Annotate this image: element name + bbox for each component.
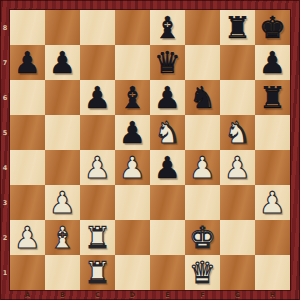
square-c7[interactable] [80,45,115,80]
square-h5[interactable] [255,115,290,150]
square-h3[interactable]: ♟ [255,185,290,220]
piece-white-pawn[interactable]: ♟ [189,150,216,185]
square-a3[interactable] [10,185,45,220]
piece-black-rook[interactable]: ♜ [259,80,286,115]
square-d3[interactable] [115,185,150,220]
square-a6[interactable] [10,80,45,115]
square-c6[interactable]: ♟ [80,80,115,115]
square-f6[interactable]: ♞ [185,80,220,115]
square-c3[interactable] [80,185,115,220]
square-e8[interactable]: ♝ [150,10,185,45]
square-g6[interactable] [220,80,255,115]
piece-white-queen[interactable]: ♛ [189,255,216,290]
file-label-h: H [255,290,290,300]
piece-black-pawn[interactable]: ♟ [14,45,41,80]
square-g1[interactable] [220,255,255,290]
square-f1[interactable]: ♛ [185,255,220,290]
rank-label-5: 5 [0,115,10,150]
piece-white-pawn[interactable]: ♟ [224,150,251,185]
piece-black-queen[interactable]: ♛ [154,45,181,80]
square-d6[interactable]: ♝ [115,80,150,115]
square-g8[interactable]: ♜ [220,10,255,45]
square-f4[interactable]: ♟ [185,150,220,185]
piece-black-pawn[interactable]: ♟ [119,115,146,150]
piece-white-rook[interactable]: ♜ [84,220,111,255]
rank-label-3: 3 [0,185,10,220]
square-b4[interactable] [45,150,80,185]
rank-label-8: 8 [0,10,10,45]
chess-board: ♝♜♚♟♟♛♟♟♝♟♞♜♟♞♞♟♟♟♟♟♟♟♟♝♜♚♜♛ [10,10,290,290]
square-d4[interactable]: ♟ [115,150,150,185]
square-b5[interactable] [45,115,80,150]
square-a7[interactable]: ♟ [10,45,45,80]
square-c5[interactable] [80,115,115,150]
square-a2[interactable]: ♟ [10,220,45,255]
square-g7[interactable] [220,45,255,80]
piece-white-rook[interactable]: ♜ [84,255,111,290]
file-label-a: A [10,290,45,300]
square-g4[interactable]: ♟ [220,150,255,185]
square-h1[interactable] [255,255,290,290]
square-a4[interactable] [10,150,45,185]
file-label-e: E [150,290,185,300]
square-h4[interactable] [255,150,290,185]
square-e7[interactable]: ♛ [150,45,185,80]
square-e1[interactable] [150,255,185,290]
square-h7[interactable]: ♟ [255,45,290,80]
square-c1[interactable]: ♜ [80,255,115,290]
square-d5[interactable]: ♟ [115,115,150,150]
square-f3[interactable] [185,185,220,220]
square-c2[interactable]: ♜ [80,220,115,255]
rank-label-4: 4 [0,150,10,185]
square-g5[interactable]: ♞ [220,115,255,150]
rank-label-7: 7 [0,45,10,80]
square-e4[interactable]: ♟ [150,150,185,185]
piece-black-pawn[interactable]: ♟ [154,80,181,115]
piece-black-bishop[interactable]: ♝ [154,10,181,45]
square-c4[interactable]: ♟ [80,150,115,185]
rank-label-2: 2 [0,220,10,255]
piece-white-pawn[interactable]: ♟ [119,150,146,185]
square-b1[interactable] [45,255,80,290]
piece-black-pawn[interactable]: ♟ [154,150,181,185]
square-d8[interactable] [115,10,150,45]
square-b3[interactable]: ♟ [45,185,80,220]
square-e3[interactable] [150,185,185,220]
piece-white-king[interactable]: ♚ [189,220,216,255]
square-c8[interactable] [80,10,115,45]
file-label-g: G [220,290,255,300]
square-b6[interactable] [45,80,80,115]
piece-white-pawn[interactable]: ♟ [84,150,111,185]
square-a5[interactable] [10,115,45,150]
rank-label-1: 1 [0,255,10,290]
square-a1[interactable] [10,255,45,290]
chess-board-frame: ♝♜♚♟♟♛♟♟♝♟♞♜♟♞♞♟♟♟♟♟♟♟♟♝♜♚♜♛ 87654321 AB… [0,0,300,300]
piece-black-bishop[interactable]: ♝ [119,80,146,115]
file-coordinates: ABCDEFGH [10,290,290,300]
square-g3[interactable] [220,185,255,220]
square-e2[interactable] [150,220,185,255]
piece-black-pawn[interactable]: ♟ [49,45,76,80]
square-d7[interactable] [115,45,150,80]
square-b8[interactable] [45,10,80,45]
file-label-c: C [80,290,115,300]
piece-black-knight[interactable]: ♞ [189,80,216,115]
file-label-d: D [115,290,150,300]
square-a8[interactable] [10,10,45,45]
square-b2[interactable]: ♝ [45,220,80,255]
square-h6[interactable]: ♜ [255,80,290,115]
square-d1[interactable] [115,255,150,290]
square-g2[interactable] [220,220,255,255]
piece-white-pawn[interactable]: ♟ [14,220,41,255]
square-e5[interactable]: ♞ [150,115,185,150]
square-f2[interactable]: ♚ [185,220,220,255]
square-f7[interactable] [185,45,220,80]
piece-white-pawn[interactable]: ♟ [259,185,286,220]
piece-black-king[interactable]: ♚ [259,10,286,45]
rank-coordinates: 87654321 [0,10,10,290]
square-f8[interactable] [185,10,220,45]
rank-label-6: 6 [0,80,10,115]
file-label-b: B [45,290,80,300]
piece-white-knight[interactable]: ♞ [154,115,181,150]
piece-black-pawn[interactable]: ♟ [259,45,286,80]
file-label-f: F [185,290,220,300]
square-f5[interactable] [185,115,220,150]
piece-black-rook[interactable]: ♜ [224,10,251,45]
square-b7[interactable]: ♟ [45,45,80,80]
piece-black-pawn[interactable]: ♟ [84,80,111,115]
square-d2[interactable] [115,220,150,255]
piece-white-knight[interactable]: ♞ [224,115,251,150]
square-h2[interactable] [255,220,290,255]
piece-white-pawn[interactable]: ♟ [49,185,76,220]
square-e6[interactable]: ♟ [150,80,185,115]
piece-white-bishop[interactable]: ♝ [49,220,76,255]
square-h8[interactable]: ♚ [255,10,290,45]
